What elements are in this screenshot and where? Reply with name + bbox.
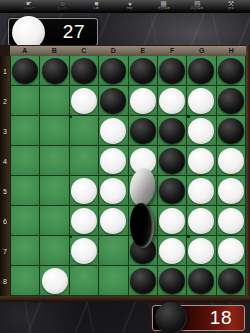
cell-D5[interactable] (99, 176, 128, 206)
cell-F1[interactable] (158, 56, 187, 86)
toolbar-item-label: メニュー (23, 7, 35, 10)
cell-H5[interactable] (217, 176, 246, 206)
column-label-G: G (187, 46, 217, 56)
white-disc-G2 (188, 88, 214, 114)
white-disc-G7 (188, 238, 214, 264)
cell-B4[interactable] (40, 146, 69, 176)
cell-A1[interactable] (11, 56, 40, 86)
cell-G4[interactable] (187, 146, 216, 176)
cell-B5[interactable] (40, 176, 69, 206)
row-label-7: 7 (0, 236, 10, 266)
cell-D1[interactable] (99, 56, 128, 86)
toolbar-item-label: 中断 (93, 7, 99, 10)
toolbar-item-label: 設定 (228, 7, 234, 10)
cell-F4[interactable] (158, 146, 187, 176)
black-disc-H8 (218, 268, 244, 294)
column-label-H: H (217, 46, 247, 56)
cell-F8[interactable] (158, 266, 187, 296)
toolbar: ☛メニュー☼ヒント■中断●開始▦棋譜保存▤読込/保存⚒設定 (0, 0, 250, 13)
white-disc-C5 (71, 178, 97, 204)
black-disc-F3 (159, 118, 185, 144)
cell-B8[interactable] (40, 266, 69, 296)
white-score-value: 27 (63, 21, 85, 43)
star-dot (187, 235, 190, 238)
white-disc-G4 (188, 148, 214, 174)
cell-D2[interactable] (99, 86, 128, 116)
cell-G3[interactable] (187, 116, 216, 146)
white-disc-D5 (100, 178, 126, 204)
star-dot (69, 235, 72, 238)
cell-A6[interactable] (11, 206, 40, 236)
board-grid (10, 56, 246, 296)
cell-G2[interactable] (187, 86, 216, 116)
black-disc-F1 (159, 58, 185, 84)
black-score-value: 18 (210, 307, 232, 329)
board-corner (0, 45, 10, 56)
row-label-3: 3 (0, 116, 10, 146)
row-label-6: 6 (0, 206, 10, 236)
black-disc-E1 (130, 58, 156, 84)
star-dot (69, 115, 72, 118)
cell-H6[interactable] (217, 206, 246, 236)
black-disc-G8 (188, 268, 214, 294)
cell-F5[interactable] (158, 176, 187, 206)
cell-G7[interactable] (187, 236, 216, 266)
cell-B7[interactable] (40, 236, 69, 266)
cell-C2[interactable] (70, 86, 99, 116)
column-label-C: C (69, 46, 99, 56)
toolbar-item-label: 読込/保存 (191, 7, 204, 10)
board-frame-bottom (0, 296, 250, 302)
toolbar-item-start[interactable]: ●開始 (115, 1, 145, 12)
cell-E2[interactable] (129, 86, 158, 116)
white-disc-G6 (188, 208, 214, 234)
cell-F3[interactable] (158, 116, 187, 146)
white-disc-D3 (100, 118, 126, 144)
cell-D7[interactable] (99, 236, 128, 266)
othello-app: ☛メニュー☼ヒント■中断●開始▦棋譜保存▤読込/保存⚒設定 27 ABCDEFG… (0, 0, 250, 333)
white-disc-H7 (218, 238, 244, 264)
cell-A3[interactable] (11, 116, 40, 146)
row-label-4: 4 (0, 146, 10, 176)
white-disc-F2 (159, 88, 185, 114)
row-labels: 12345678 (0, 56, 10, 296)
column-label-A: A (10, 46, 40, 56)
white-disc-C7 (71, 238, 97, 264)
white-disc-H6 (218, 208, 244, 234)
toolbar-item-label: 開始 (127, 7, 133, 10)
white-disc-C2 (71, 88, 97, 114)
white-disc-D4 (100, 148, 126, 174)
column-label-B: B (40, 46, 70, 56)
cell-G1[interactable] (187, 56, 216, 86)
white-disc-G3 (188, 118, 214, 144)
black-disc-H2 (218, 88, 244, 114)
black-disc-E3 (130, 118, 156, 144)
game-board: ABCDEFGH 12345678 (0, 45, 250, 302)
cell-B3[interactable] (40, 116, 69, 146)
white-disc-B8 (42, 268, 68, 294)
cell-E3[interactable] (129, 116, 158, 146)
row-label-8: 8 (0, 266, 10, 296)
toolbar-item-stop[interactable]: ■中断 (81, 1, 111, 12)
white-disc-H5 (218, 178, 244, 204)
white-disc-C6 (71, 208, 97, 234)
cell-C1[interactable] (70, 56, 99, 86)
column-labels: ABCDEFGH (10, 45, 246, 56)
black-disc-H3 (218, 118, 244, 144)
toolbar-item-label: 棋譜保存 (158, 7, 170, 10)
black-disc-G1 (188, 58, 214, 84)
white-disc-F7 (159, 238, 185, 264)
cell-A2[interactable] (11, 86, 40, 116)
cell-G6[interactable] (187, 206, 216, 236)
toolbar-item-record-save[interactable]: ▦棋譜保存 (149, 1, 179, 12)
black-disc-E8 (130, 268, 156, 294)
cell-C7[interactable] (70, 236, 99, 266)
row-label-5: 5 (0, 176, 10, 206)
cell-A7[interactable] (11, 236, 40, 266)
cell-H8[interactable] (217, 266, 246, 296)
cell-D4[interactable] (99, 146, 128, 176)
cell-C5[interactable] (70, 176, 99, 206)
cell-D8[interactable] (99, 266, 128, 296)
cell-H2[interactable] (217, 86, 246, 116)
cell-G5[interactable] (187, 176, 216, 206)
cell-C6[interactable] (70, 206, 99, 236)
cell-D6[interactable] (99, 206, 128, 236)
black-score-panel: 18 (152, 305, 245, 331)
black-disc-A1 (12, 58, 38, 84)
white-disc-H4 (218, 148, 244, 174)
column-label-D: D (99, 46, 129, 56)
column-label-F: F (158, 46, 188, 56)
cell-B2[interactable] (40, 86, 69, 116)
white-disc-G5 (188, 178, 214, 204)
cell-A8[interactable] (11, 266, 40, 296)
cell-B6[interactable] (40, 206, 69, 236)
toolbar-item-folder[interactable]: ▤読込/保存 (182, 1, 212, 12)
cell-H4[interactable] (217, 146, 246, 176)
cell-E8[interactable] (129, 266, 158, 296)
cell-H7[interactable] (217, 236, 246, 266)
white-disc-D6 (100, 208, 126, 234)
toolbar-item-pointer[interactable]: ☛メニュー (14, 1, 44, 12)
black-disc-F4 (159, 148, 185, 174)
black-disc-C1 (71, 58, 97, 84)
black-disc-F8 (159, 268, 185, 294)
cell-B1[interactable] (40, 56, 69, 86)
cell-C3[interactable] (70, 116, 99, 146)
black-disc-H1 (218, 58, 244, 84)
cell-C8[interactable] (70, 266, 99, 296)
cell-G8[interactable] (187, 266, 216, 296)
cell-D3[interactable] (99, 116, 128, 146)
cell-F6[interactable] (158, 206, 187, 236)
white-score-panel: 27 (8, 18, 98, 46)
black-player-disc-icon (155, 302, 187, 333)
row-label-2: 2 (0, 86, 10, 116)
board-frame-right (246, 45, 250, 296)
white-disc-F6 (159, 208, 185, 234)
toolbar-item-settings[interactable]: ⚒設定 (216, 1, 246, 12)
black-disc-B1 (42, 58, 68, 84)
black-disc-D2 (100, 88, 126, 114)
black-disc-D1 (100, 58, 126, 84)
white-disc-E2 (130, 88, 156, 114)
cell-H1[interactable] (217, 56, 246, 86)
cell-E1[interactable] (129, 56, 158, 86)
cell-F2[interactable] (158, 86, 187, 116)
cell-F7[interactable] (158, 236, 187, 266)
cell-H3[interactable] (217, 116, 246, 146)
toolbar-item-hint[interactable]: ☼ヒント (48, 1, 78, 12)
cell-C4[interactable] (70, 146, 99, 176)
star-dot (187, 115, 190, 118)
row-label-1: 1 (0, 56, 10, 86)
toolbar-item-label: ヒント (58, 7, 67, 10)
black-disc-F5 (159, 178, 185, 204)
column-label-E: E (128, 46, 158, 56)
cell-A5[interactable] (11, 176, 40, 206)
cell-A4[interactable] (11, 146, 40, 176)
